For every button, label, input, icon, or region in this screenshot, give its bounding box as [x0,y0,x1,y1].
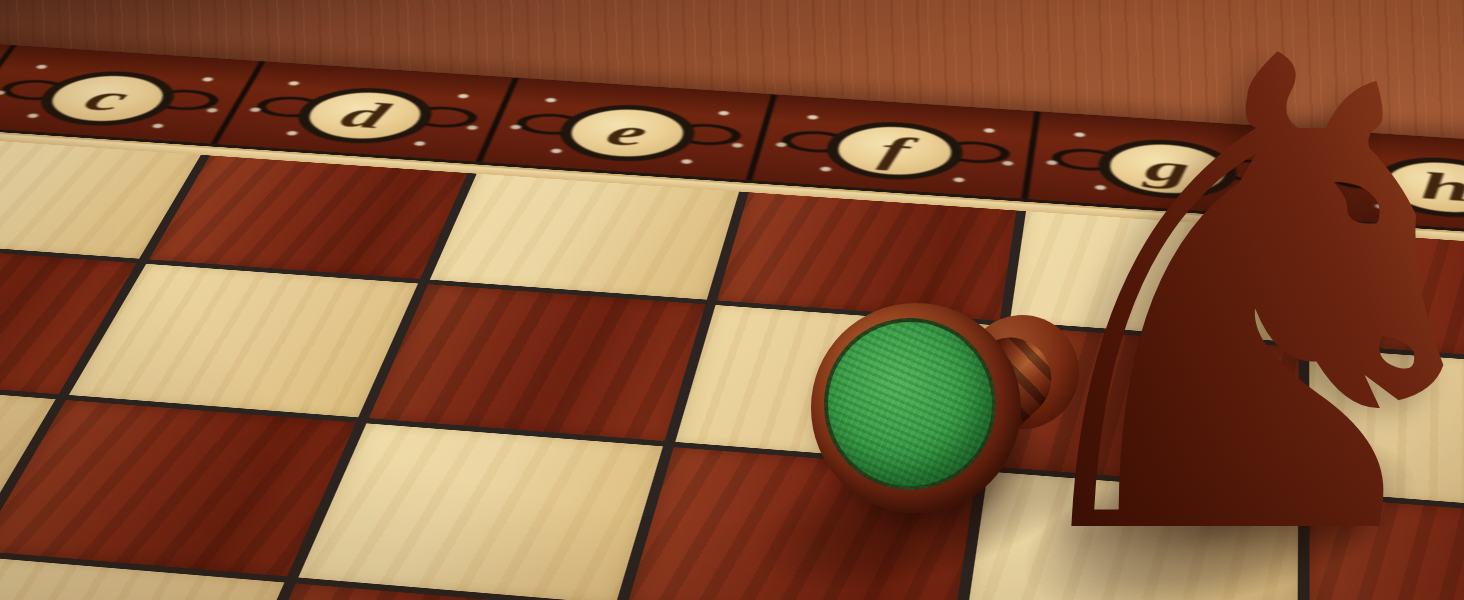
file-letter: d [335,97,395,135]
file-medallion-c: c [25,68,188,130]
file-letter: c [78,80,138,117]
dark-square[interactable] [366,284,715,447]
file-medallion-f: f [820,118,968,184]
knight-piece[interactable]: ♞ [1058,26,1456,574]
file-letter: f [876,131,913,169]
file-letter: e [602,114,653,152]
file-medallion-d: d [285,84,443,147]
knight-glyph: ♞ [966,28,1464,574]
photo-scene: abcdefgh ♞ [0,0,1464,600]
file-medallion-e: e [550,101,703,165]
